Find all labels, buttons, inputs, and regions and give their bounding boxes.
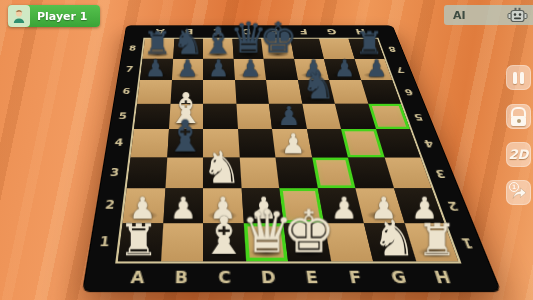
share-button[interactable]: 1	[506, 180, 531, 205]
square-d5[interactable]	[236, 103, 272, 129]
square-d7[interactable]: ♟	[233, 59, 266, 80]
square-b7[interactable]: ♟	[171, 59, 203, 80]
square-b4[interactable]: ♝	[167, 129, 203, 157]
black-pawn-e5[interactable]: ♟	[278, 104, 301, 129]
square-a7[interactable]: ♟	[140, 59, 173, 80]
square-d3[interactable]	[239, 157, 279, 188]
black-pawn-b7[interactable]: ♟	[177, 57, 198, 80]
black-pawn-d7[interactable]: ♟	[240, 57, 261, 80]
square-b3[interactable]	[165, 157, 203, 188]
black-king-e8[interactable]: ♚	[260, 19, 298, 59]
square-d1[interactable]: ♛	[243, 223, 288, 262]
square-e3[interactable]	[275, 157, 317, 188]
white-rook-h1[interactable]: ♜	[417, 219, 457, 261]
file-labels-top: ABCDEFGH	[145, 26, 377, 38]
coord-label: 4	[105, 129, 132, 157]
coord-label: 1	[88, 223, 120, 262]
black-pawn-g7[interactable]: ♟	[334, 57, 355, 80]
coord-label: 3	[100, 157, 128, 188]
player1-name: Player 1	[37, 10, 87, 23]
square-e6[interactable]	[266, 80, 302, 103]
2d-label: 2D	[509, 147, 529, 162]
coord-label: B	[174, 26, 203, 38]
coord-label: H	[344, 26, 377, 38]
coord-label: 8	[122, 39, 144, 59]
share-badge: 1	[509, 182, 519, 192]
coord-label: B	[159, 264, 203, 291]
robot-icon	[507, 7, 528, 24]
player1-chip: Player 1	[8, 5, 100, 27]
coord-label: C	[203, 264, 247, 291]
white-pawn-e4[interactable]: ♟	[281, 131, 305, 157]
square-a1[interactable]: ♜	[118, 223, 163, 262]
coord-label: G	[316, 26, 348, 38]
coord-label: E	[288, 264, 336, 291]
coord-label: 7	[118, 59, 141, 80]
coord-label: D	[231, 26, 261, 38]
square-c6[interactable]	[203, 80, 236, 103]
coord-label: 5	[110, 103, 135, 129]
square-a4[interactable]	[131, 129, 169, 157]
black-pawn-h7[interactable]: ♟	[366, 57, 387, 80]
white-king-e1[interactable]: ♚	[283, 205, 336, 261]
coord-label: D	[246, 264, 292, 291]
coord-label: A	[145, 26, 175, 38]
coord-label: F	[288, 26, 319, 38]
black-knight-f6[interactable]: ♞	[301, 67, 335, 103]
black-bishop-b4[interactable]: ♝	[165, 115, 205, 157]
person-icon	[8, 5, 30, 27]
2d-toggle-button[interactable]: 2D	[506, 142, 531, 167]
square-e1[interactable]: ♚	[283, 223, 330, 262]
coord-label: A	[114, 264, 160, 291]
square-c3[interactable]: ♞	[203, 157, 241, 188]
board-perspective-wrap: ♜♞♝♛♚♜♟♟♟♟♟♟♟♞♝♟♝♟♞♟♟♟♟♟♟♟♜♝♛♚♞♜ ABCDEFG…	[110, 0, 434, 291]
square-g1[interactable]: ♞	[364, 223, 416, 262]
pause-icon	[513, 72, 524, 84]
square-e5[interactable]: ♟	[269, 103, 307, 129]
black-pawn-a7[interactable]: ♟	[145, 57, 166, 80]
black-pawn-c7[interactable]: ♟	[208, 57, 229, 80]
white-knight-c3[interactable]: ♞	[202, 146, 242, 188]
square-d4[interactable]	[238, 129, 276, 157]
square-e4[interactable]: ♟	[272, 129, 312, 157]
square-c5[interactable]	[203, 103, 238, 129]
white-pawn-b2[interactable]: ♟	[169, 194, 196, 223]
square-d6[interactable]	[235, 80, 269, 103]
chess-board: ♜♞♝♛♚♜♟♟♟♟♟♟♟♞♝♟♝♟♞♟♟♟♟♟♟♟♜♝♛♚♞♜ ABCDEFG…	[84, 26, 500, 291]
coord-label: H	[416, 264, 469, 291]
square-b2[interactable]: ♟	[163, 188, 203, 222]
lock-icon	[511, 107, 526, 126]
pause-button[interactable]	[506, 65, 531, 90]
white-knight-g1[interactable]: ♞	[372, 214, 416, 261]
square-c1[interactable]: ♝	[203, 223, 246, 262]
square-a3[interactable]	[127, 157, 167, 188]
square-b1[interactable]	[160, 223, 203, 262]
coord-label: F	[331, 264, 380, 291]
game-scene: ♜♞♝♛♚♜♟♟♟♟♟♟♟♞♝♟♝♟♞♟♟♟♟♟♟♟♜♝♛♚♞♜ ABCDEFG…	[0, 0, 533, 300]
coord-label: 6	[114, 80, 138, 103]
lock-button[interactable]	[506, 104, 531, 129]
coord-label: E	[259, 26, 289, 38]
ai-chip: AI	[444, 5, 533, 25]
square-f6[interactable]: ♞	[298, 80, 335, 103]
square-e7[interactable]	[263, 59, 297, 80]
square-c7[interactable]: ♟	[203, 59, 235, 80]
white-bishop-c1[interactable]: ♝	[201, 212, 247, 261]
file-labels-bottom: ABCDEFGH	[114, 264, 469, 291]
ai-name: AI	[453, 9, 466, 22]
square-e8[interactable]: ♚	[261, 39, 294, 59]
coord-label: C	[203, 26, 232, 38]
white-rook-a1[interactable]: ♜	[119, 219, 159, 261]
